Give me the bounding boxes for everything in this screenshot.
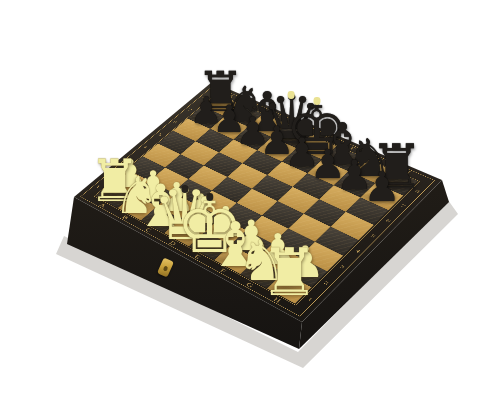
piece-black-pawn-h7: ♟ [361, 167, 402, 208]
piece-white-rook-h1: ♜ [256, 240, 322, 306]
finial-tip-e1 [206, 193, 213, 201]
pieces-layer: ♜♞♟♝♟♛♟♚♟♝♟♞♟♟♜♟♟♜♟♟♞♟♝♟♛♟♚♟♝♟♞♜ [0, 0, 500, 400]
finial-tip-e8 [313, 97, 320, 105]
chess-set-photo: AA11BB22CC33DD44EE55FF66GG77HH88 ♜♞♟♝♟♛♟… [0, 0, 500, 400]
